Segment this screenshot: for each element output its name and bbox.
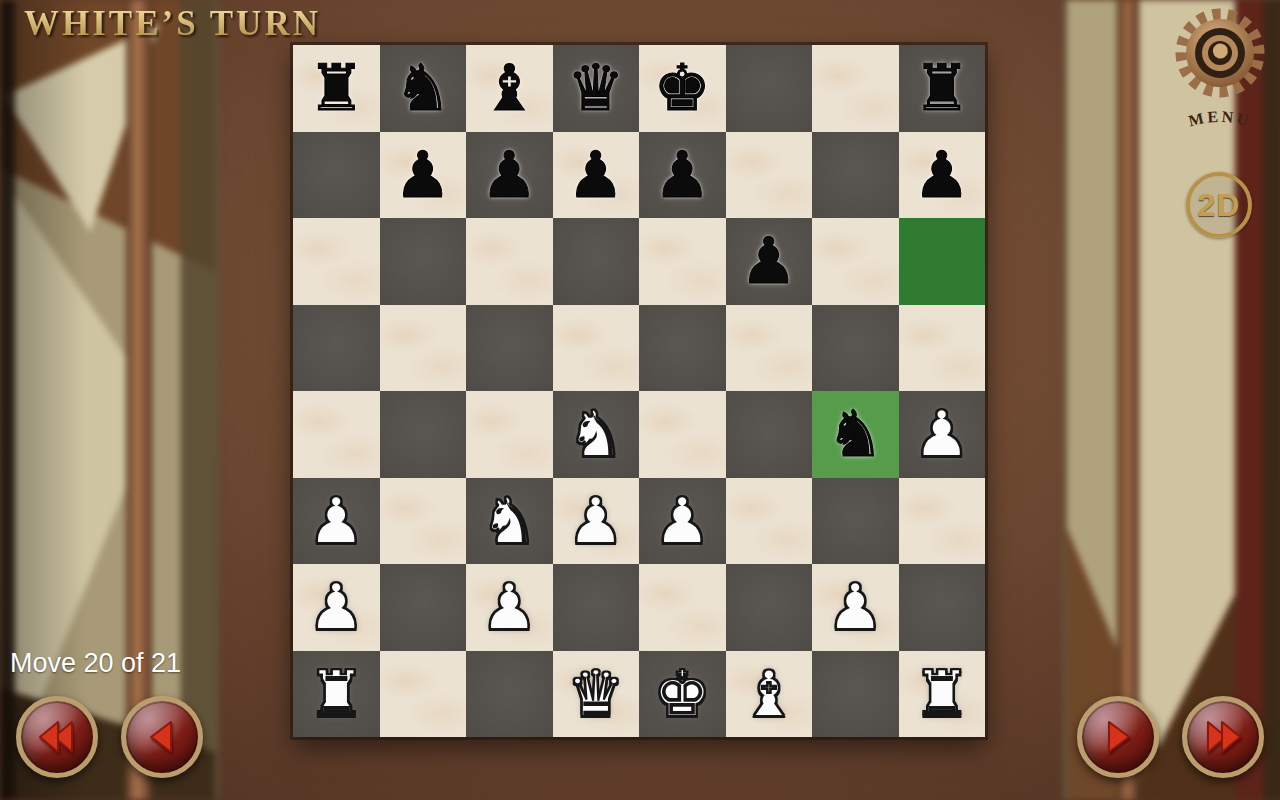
- square-f1[interactable]: ♝: [726, 651, 813, 738]
- square-b7[interactable]: ♟: [380, 132, 467, 219]
- square-b4[interactable]: [380, 391, 467, 478]
- square-g1[interactable]: [812, 651, 899, 738]
- square-h2[interactable]: [899, 564, 986, 651]
- window-bar: [1117, 0, 1139, 800]
- square-f8[interactable]: [726, 45, 813, 132]
- black-pawn-d7[interactable]: ♟: [567, 143, 624, 207]
- square-d3[interactable]: ♟: [553, 478, 640, 565]
- square-c4[interactable]: [466, 391, 553, 478]
- square-c1[interactable]: [466, 651, 553, 738]
- next-move-button[interactable]: [1077, 696, 1159, 778]
- square-e6[interactable]: [639, 218, 726, 305]
- square-c8[interactable]: ♝: [466, 45, 553, 132]
- square-d2[interactable]: [553, 564, 640, 651]
- square-c2[interactable]: ♟: [466, 564, 553, 651]
- square-a6[interactable]: [293, 218, 380, 305]
- square-e3[interactable]: ♟: [639, 478, 726, 565]
- square-f7[interactable]: [726, 132, 813, 219]
- square-h3[interactable]: [899, 478, 986, 565]
- white-rook-h1[interactable]: ♜: [913, 662, 970, 726]
- square-h6[interactable]: [899, 218, 986, 305]
- square-b8[interactable]: ♞: [380, 45, 467, 132]
- black-pawn-h7[interactable]: ♟: [913, 143, 970, 207]
- square-d4[interactable]: ♞: [553, 391, 640, 478]
- square-h7[interactable]: ♟: [899, 132, 986, 219]
- black-pawn-f6[interactable]: ♟: [740, 229, 797, 293]
- black-rook-a8[interactable]: ♜: [308, 56, 365, 120]
- square-e5[interactable]: [639, 305, 726, 392]
- black-queen-d8[interactable]: ♛: [567, 56, 624, 120]
- black-king-e8[interactable]: ♚: [654, 56, 711, 120]
- svg-text:MENU: MENU: [1187, 108, 1254, 130]
- square-e1[interactable]: ♚: [639, 651, 726, 738]
- square-a4[interactable]: [293, 391, 380, 478]
- move-counter: Move 20 of 21: [10, 648, 181, 679]
- square-a8[interactable]: ♜: [293, 45, 380, 132]
- square-f3[interactable]: [726, 478, 813, 565]
- white-pawn-h4[interactable]: ♟: [913, 402, 970, 466]
- chess-board: ♜♞♝♛♚♜♟♟♟♟♟♟♞♞♟♟♞♟♟♟♟♟♜♛♚♝♜: [293, 45, 985, 737]
- square-c5[interactable]: [466, 305, 553, 392]
- square-g2[interactable]: ♟: [812, 564, 899, 651]
- white-pawn-a3[interactable]: ♟: [308, 489, 365, 553]
- square-b5[interactable]: [380, 305, 467, 392]
- turn-indicator: WHITE’S TURN: [24, 4, 321, 44]
- double-left-arrow-icon: [34, 717, 80, 757]
- black-bishop-c8[interactable]: ♝: [481, 56, 538, 120]
- black-knight-g4[interactable]: ♞: [827, 402, 884, 466]
- square-b1[interactable]: [380, 651, 467, 738]
- square-a5[interactable]: [293, 305, 380, 392]
- square-h1[interactable]: ♜: [899, 651, 986, 738]
- white-pawn-g2[interactable]: ♟: [827, 575, 884, 639]
- menu-label: MENU: [1172, 103, 1268, 137]
- view-2d-button[interactable]: 2D: [1186, 172, 1252, 238]
- view-2d-label: 2D: [1198, 187, 1241, 224]
- square-a7[interactable]: [293, 132, 380, 219]
- square-a2[interactable]: ♟: [293, 564, 380, 651]
- square-g5[interactable]: [812, 305, 899, 392]
- white-knight-c3[interactable]: ♞: [481, 489, 538, 553]
- square-b6[interactable]: [380, 218, 467, 305]
- square-d5[interactable]: [553, 305, 640, 392]
- square-c7[interactable]: ♟: [466, 132, 553, 219]
- background-left-panel: [0, 0, 219, 800]
- white-queen-d1[interactable]: ♛: [567, 662, 624, 726]
- square-g4[interactable]: ♞: [812, 391, 899, 478]
- left-arrow-icon: [139, 717, 185, 757]
- gear-icon: [1172, 5, 1268, 101]
- menu-button[interactable]: MENU: [1172, 5, 1268, 135]
- square-a1[interactable]: ♜: [293, 651, 380, 738]
- white-pawn-d3[interactable]: ♟: [567, 489, 624, 553]
- square-c3[interactable]: ♞: [466, 478, 553, 565]
- square-g8[interactable]: [812, 45, 899, 132]
- black-pawn-e7[interactable]: ♟: [654, 143, 711, 207]
- square-b2[interactable]: [380, 564, 467, 651]
- black-rook-h8[interactable]: ♜: [913, 56, 970, 120]
- double-right-arrow-icon: [1200, 717, 1246, 757]
- square-f2[interactable]: [726, 564, 813, 651]
- square-d7[interactable]: ♟: [553, 132, 640, 219]
- square-e7[interactable]: ♟: [639, 132, 726, 219]
- square-e8[interactable]: ♚: [639, 45, 726, 132]
- go-to-start-button[interactable]: [16, 696, 98, 778]
- go-to-end-button[interactable]: [1182, 696, 1264, 778]
- right-arrow-icon: [1095, 717, 1141, 757]
- square-f6[interactable]: ♟: [726, 218, 813, 305]
- white-pawn-a2[interactable]: ♟: [308, 575, 365, 639]
- previous-move-button[interactable]: [121, 696, 203, 778]
- square-h5[interactable]: [899, 305, 986, 392]
- black-pawn-b7[interactable]: ♟: [394, 143, 451, 207]
- white-king-e1[interactable]: ♚: [654, 662, 711, 726]
- black-knight-b8[interactable]: ♞: [394, 56, 451, 120]
- square-f4[interactable]: [726, 391, 813, 478]
- square-d1[interactable]: ♛: [553, 651, 640, 738]
- square-c6[interactable]: [466, 218, 553, 305]
- white-pawn-c2[interactable]: ♟: [481, 575, 538, 639]
- square-g6[interactable]: [812, 218, 899, 305]
- square-g7[interactable]: [812, 132, 899, 219]
- square-d8[interactable]: ♛: [553, 45, 640, 132]
- square-h4[interactable]: ♟: [899, 391, 986, 478]
- square-f5[interactable]: [726, 305, 813, 392]
- square-g3[interactable]: [812, 478, 899, 565]
- square-a3[interactable]: ♟: [293, 478, 380, 565]
- white-knight-d4[interactable]: ♞: [567, 402, 624, 466]
- square-e2[interactable]: [639, 564, 726, 651]
- black-pawn-c7[interactable]: ♟: [481, 143, 538, 207]
- square-h8[interactable]: ♜: [899, 45, 986, 132]
- white-pawn-e3[interactable]: ♟: [654, 489, 711, 553]
- white-bishop-f1[interactable]: ♝: [740, 662, 797, 726]
- white-rook-a1[interactable]: ♜: [308, 662, 365, 726]
- square-b3[interactable]: [380, 478, 467, 565]
- square-d6[interactable]: [553, 218, 640, 305]
- square-e4[interactable]: [639, 391, 726, 478]
